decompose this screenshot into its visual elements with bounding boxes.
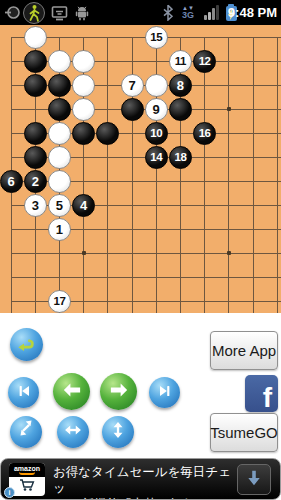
move-number: 3: [32, 198, 39, 213]
move-number: 5: [56, 198, 63, 213]
data-type-label: 3G: [182, 11, 194, 20]
download-arrow-icon: [244, 468, 264, 492]
stone-white[interactable]: [72, 50, 95, 73]
stone-black-4[interactable]: 4: [72, 194, 95, 217]
board-stones-layer: 1511127891016141862354117: [0, 25, 281, 313]
nav-previous-button[interactable]: [53, 373, 90, 410]
android-robot-icon: [72, 0, 92, 25]
move-number: 14: [150, 151, 162, 163]
move-number: 2: [32, 174, 39, 189]
stone-white-1[interactable]: 1: [48, 218, 71, 241]
ad-text: お得なタイムセールを毎日チェッ ク！ 新機能「出荷お知らせサービ ス」開始: [53, 464, 233, 500]
amazon-smile-arrow: [19, 472, 35, 475]
stone-white-17[interactable]: 17: [48, 290, 71, 313]
ad-line-2: ク！ 新機能「出荷お知らせサービ: [53, 496, 233, 500]
stone-white-9[interactable]: 9: [145, 98, 168, 121]
clock: 9:48 PM: [228, 0, 277, 25]
move-number: 6: [7, 174, 14, 189]
walking-person-icon: [21, 0, 47, 25]
stone-black[interactable]: [48, 98, 71, 121]
stone-black-14[interactable]: 14: [145, 146, 168, 169]
skip-to-end-icon: [155, 381, 175, 405]
ad-download-button[interactable]: [237, 464, 271, 495]
stone-black[interactable]: [48, 74, 71, 97]
stone-white[interactable]: [48, 122, 71, 145]
stone-white[interactable]: [72, 98, 95, 121]
shopping-cart-icon: [19, 478, 35, 496]
facebook-button[interactable]: f: [245, 375, 278, 412]
stone-black-12[interactable]: 12: [193, 50, 216, 73]
move-number: 10: [150, 127, 162, 139]
stone-white[interactable]: [24, 26, 47, 49]
tsumego-button[interactable]: TsumeGO: [210, 413, 278, 452]
control-panel: More App: [0, 313, 281, 458]
move-number: 7: [128, 78, 135, 93]
bluetooth-icon: [161, 0, 175, 25]
stone-black[interactable]: [169, 98, 192, 121]
more-app-button[interactable]: More App: [210, 331, 278, 370]
diagonal-double-arrow-icon: [15, 419, 37, 445]
stone-white-15[interactable]: 15: [145, 26, 168, 49]
move-number: 9: [153, 102, 160, 117]
move-number: 8: [177, 78, 184, 93]
resize-horizontal-button[interactable]: [57, 416, 89, 448]
stone-white[interactable]: [48, 146, 71, 169]
stone-white-11[interactable]: 11: [169, 50, 192, 73]
skip-to-start-icon: [14, 381, 34, 405]
stone-black[interactable]: [72, 122, 95, 145]
app-screen: ▲▼ 3G 9:48 PM 1511127891016141862354117: [0, 0, 281, 500]
move-number: 4: [80, 198, 87, 213]
stone-black-18[interactable]: 18: [169, 146, 192, 169]
resize-diagonal-button[interactable]: [10, 416, 42, 448]
undo-icon: [15, 331, 39, 359]
stone-black[interactable]: [24, 50, 47, 73]
move-number: 15: [150, 31, 162, 43]
stone-black[interactable]: [96, 122, 119, 145]
stone-white-5[interactable]: 5: [48, 194, 71, 217]
stone-black[interactable]: [24, 146, 47, 169]
more-app-label: More App: [212, 342, 276, 359]
stone-black[interactable]: [24, 74, 47, 97]
stone-black-8[interactable]: 8: [169, 74, 192, 97]
ad-info-icon[interactable]: i: [4, 487, 15, 498]
stone-white[interactable]: [72, 74, 95, 97]
nav-next-button[interactable]: [100, 373, 137, 410]
facebook-f-logo: f: [263, 385, 272, 412]
stone-white-3[interactable]: 3: [24, 194, 47, 217]
go-board[interactable]: 1511127891016141862354117: [0, 25, 281, 313]
horizontal-double-arrow-icon: [62, 419, 84, 445]
move-number: 16: [199, 127, 211, 139]
nav-last-button[interactable]: [149, 377, 180, 408]
stone-black-16[interactable]: 16: [193, 122, 216, 145]
stone-white[interactable]: [48, 50, 71, 73]
move-number: 1: [56, 222, 63, 237]
stone-black-10[interactable]: 10: [145, 122, 168, 145]
stone-black[interactable]: [24, 122, 47, 145]
move-number: 18: [175, 151, 187, 163]
nav-first-button[interactable]: [8, 377, 39, 408]
stone-black-6[interactable]: 6: [0, 170, 23, 193]
arrow-left-icon: [59, 377, 85, 407]
stone-white-7[interactable]: 7: [121, 74, 144, 97]
ad-banner[interactable]: amazon i お得なタイムセールを毎日チェッ ク！ 新機能「出荷お知らせサー…: [0, 458, 281, 500]
resize-vertical-button[interactable]: [102, 416, 134, 448]
tsumego-label: TsumeGO: [210, 424, 278, 441]
vertical-double-arrow-icon: [107, 419, 129, 445]
move-number: 11: [175, 55, 186, 67]
move-number: 12: [199, 55, 211, 67]
stone-white[interactable]: [145, 74, 168, 97]
stone-black[interactable]: [121, 98, 144, 121]
amazon-logo-text: amazon: [14, 465, 40, 472]
move-number: 17: [54, 295, 66, 307]
stone-black-2[interactable]: 2: [24, 170, 47, 193]
stone-white[interactable]: [48, 170, 71, 193]
signal-strength-icon: [200, 0, 222, 25]
status-bar: ▲▼ 3G 9:48 PM: [0, 0, 281, 25]
undo-button[interactable]: [10, 328, 43, 361]
screen-share-icon: [49, 0, 69, 25]
ad-line-1: お得なタイムセールを毎日チェッ: [53, 464, 233, 496]
arrow-right-icon: [106, 377, 132, 407]
mobile-data-3g-icon: ▲▼ 3G: [178, 0, 198, 25]
power-plug-icon: [3, 0, 21, 25]
